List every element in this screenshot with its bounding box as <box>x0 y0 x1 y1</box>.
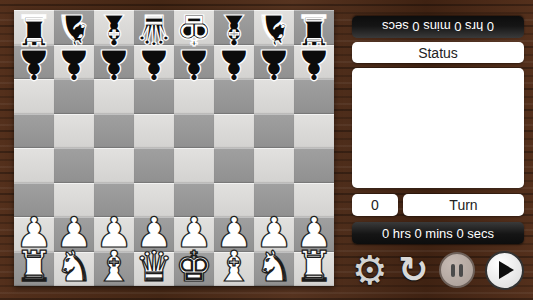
square-c4[interactable] <box>94 148 134 183</box>
turn-indicator: Turn <box>403 194 524 216</box>
square-h1[interactable]: ♜ <box>294 252 334 287</box>
white-rook[interactable]: ♜ <box>14 245 54 289</box>
player-clock: 0 hrs 0 mins 0 secs <box>352 222 524 244</box>
square-d5[interactable] <box>134 114 174 149</box>
square-f1[interactable]: ♝ <box>214 252 254 287</box>
white-knight[interactable]: ♞ <box>54 245 94 289</box>
square-b1[interactable]: ♞ <box>54 252 94 287</box>
square-h7[interactable]: ♟ <box>294 45 334 80</box>
square-b7[interactable]: ♟ <box>54 45 94 80</box>
status-bar: Status <box>352 42 524 63</box>
play-icon <box>485 251 524 290</box>
white-knight[interactable]: ♞ <box>254 245 294 289</box>
settings-button[interactable]: ⚙ <box>352 250 388 290</box>
square-a7[interactable]: ♟ <box>14 45 54 80</box>
square-c5[interactable] <box>94 114 134 149</box>
player-clock-text: 0 hrs 0 mins 0 secs <box>382 226 494 241</box>
undo-button[interactable]: ↻ <box>398 251 428 289</box>
play-button[interactable] <box>485 251 524 290</box>
square-b4[interactable] <box>54 148 94 183</box>
move-counter: 0 <box>352 194 398 216</box>
square-e4[interactable] <box>174 148 214 183</box>
turn-label: Turn <box>449 197 477 213</box>
black-pawn[interactable]: ♟ <box>214 42 254 86</box>
status-message-box <box>352 68 524 188</box>
gear-icon: ⚙ <box>352 250 388 290</box>
square-g5[interactable] <box>254 114 294 149</box>
square-a1[interactable]: ♜ <box>14 252 54 287</box>
chess-board[interactable]: ♜♞♝♛♚♝♞♜♟♟♟♟♟♟♟♟♟♟♟♟♟♟♟♟♜♞♝♛♚♝♞♜ <box>14 10 334 286</box>
square-a4[interactable] <box>14 148 54 183</box>
square-d7[interactable]: ♟ <box>134 45 174 80</box>
side-panel: 0 hrs 0 mins 0 secs Status 0 Turn 0 hrs … <box>352 0 524 300</box>
opponent-clock: 0 hrs 0 mins 0 secs <box>352 16 524 38</box>
white-king[interactable]: ♚ <box>174 245 214 289</box>
square-g1[interactable]: ♞ <box>254 252 294 287</box>
square-g4[interactable] <box>254 148 294 183</box>
white-bishop[interactable]: ♝ <box>214 245 254 289</box>
square-h5[interactable] <box>294 114 334 149</box>
opponent-clock-text: 0 hrs 0 mins 0 secs <box>382 20 494 35</box>
square-c7[interactable]: ♟ <box>94 45 134 80</box>
square-c1[interactable]: ♝ <box>94 252 134 287</box>
controls-row: ⚙ ↻ <box>352 249 524 291</box>
square-h4[interactable] <box>294 148 334 183</box>
black-pawn[interactable]: ♟ <box>254 42 294 86</box>
square-f5[interactable] <box>214 114 254 149</box>
black-pawn[interactable]: ♟ <box>294 42 334 86</box>
square-e5[interactable] <box>174 114 214 149</box>
black-pawn[interactable]: ♟ <box>94 42 134 86</box>
move-counter-value: 0 <box>371 197 379 213</box>
square-f7[interactable]: ♟ <box>214 45 254 80</box>
status-label: Status <box>418 45 458 61</box>
pause-icon <box>439 252 475 288</box>
square-a5[interactable] <box>14 114 54 149</box>
black-pawn[interactable]: ♟ <box>174 42 214 86</box>
square-b5[interactable] <box>54 114 94 149</box>
black-pawn[interactable]: ♟ <box>14 42 54 86</box>
undo-rotate-icon: ↻ <box>398 251 428 289</box>
black-pawn[interactable]: ♟ <box>134 42 174 86</box>
white-rook[interactable]: ♜ <box>294 245 334 289</box>
square-d1[interactable]: ♛ <box>134 252 174 287</box>
white-queen[interactable]: ♛ <box>134 245 174 289</box>
square-d4[interactable] <box>134 148 174 183</box>
pause-button[interactable] <box>439 252 475 288</box>
white-bishop[interactable]: ♝ <box>94 245 134 289</box>
square-e1[interactable]: ♚ <box>174 252 214 287</box>
square-f4[interactable] <box>214 148 254 183</box>
black-pawn[interactable]: ♟ <box>54 42 94 86</box>
square-e7[interactable]: ♟ <box>174 45 214 80</box>
square-g7[interactable]: ♟ <box>254 45 294 80</box>
